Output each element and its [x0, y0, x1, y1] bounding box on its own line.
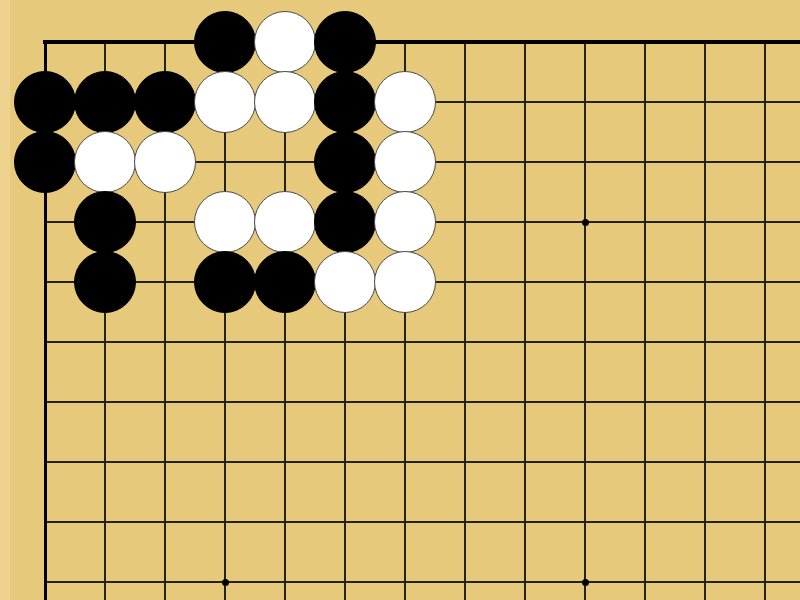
stones-layer — [15, 12, 795, 600]
stone-white — [74, 131, 136, 193]
stone-white — [254, 11, 316, 73]
stone-black — [254, 251, 316, 313]
stone-black — [314, 191, 376, 253]
stone-white — [374, 251, 436, 313]
stone-black — [74, 251, 136, 313]
stone-black — [14, 131, 76, 193]
stone-black — [134, 71, 196, 133]
stone-white — [374, 131, 436, 193]
page-background-strip — [0, 0, 10, 600]
stone-black — [194, 251, 256, 313]
stone-white — [254, 191, 316, 253]
stone-black — [74, 71, 136, 133]
stone-black — [194, 11, 256, 73]
stone-black — [14, 71, 76, 133]
stone-white — [194, 191, 256, 253]
stone-white — [254, 71, 316, 133]
stone-white — [374, 191, 436, 253]
stone-white — [314, 251, 376, 313]
stone-black — [314, 71, 376, 133]
stone-white — [194, 71, 256, 133]
stone-white — [374, 71, 436, 133]
stone-white — [134, 131, 196, 193]
stone-black — [74, 191, 136, 253]
stone-black — [314, 131, 376, 193]
go-board[interactable] — [0, 0, 800, 600]
stone-black — [314, 11, 376, 73]
